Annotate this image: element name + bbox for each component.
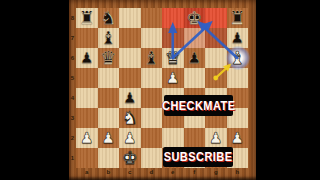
square-e7[interactable]	[162, 28, 184, 48]
square-f6[interactable]: ♟	[184, 48, 206, 68]
square-c2[interactable]: ♟	[119, 128, 141, 148]
square-b3[interactable]	[98, 108, 120, 128]
square-h8[interactable]: ♜	[227, 8, 249, 28]
file-label-c: c	[126, 169, 134, 175]
square-b2[interactable]: ♟	[98, 128, 120, 148]
square-a2[interactable]: ♟	[76, 128, 98, 148]
file-label-f: f	[190, 169, 198, 175]
file-label-b: b	[104, 169, 112, 175]
square-e2[interactable]	[162, 128, 184, 148]
square-b4[interactable]	[98, 88, 120, 108]
square-b5[interactable]	[98, 68, 120, 88]
rank-label-7: 7	[69, 35, 76, 41]
square-h5[interactable]	[227, 68, 249, 88]
square-d6[interactable]: ♝	[141, 48, 163, 68]
square-c8[interactable]	[119, 8, 141, 28]
piece-white-pawn[interactable]: ♟	[162, 68, 184, 88]
square-d5[interactable]	[141, 68, 163, 88]
square-e5[interactable]: ♟	[162, 68, 184, 88]
file-label-a: a	[83, 169, 91, 175]
rank-label-3: 3	[69, 115, 76, 121]
file-label-g: g	[212, 169, 220, 175]
square-a8[interactable]: ♜	[76, 8, 98, 28]
square-d1[interactable]	[141, 148, 163, 168]
piece-black-queen[interactable]: ♛	[98, 48, 120, 68]
piece-black-pawn[interactable]: ♟	[184, 48, 206, 68]
rank-label-8: 8	[69, 15, 76, 21]
square-d7[interactable]	[141, 28, 163, 48]
rank-label-2: 2	[69, 135, 76, 141]
square-e8[interactable]	[162, 8, 184, 28]
rank-label-1: 1	[69, 155, 76, 161]
piece-black-pawn[interactable]: ♟	[119, 88, 141, 108]
piece-black-king[interactable]: ♚	[184, 8, 206, 28]
square-c6[interactable]	[119, 48, 141, 68]
piece-black-bishop[interactable]: ♝	[141, 48, 163, 68]
square-a1[interactable]	[76, 148, 98, 168]
square-a4[interactable]	[76, 88, 98, 108]
square-b6[interactable]: ♛	[98, 48, 120, 68]
square-f5[interactable]	[184, 68, 206, 88]
rank-label-4: 4	[69, 95, 76, 101]
square-a7[interactable]	[76, 28, 98, 48]
piece-black-rook[interactable]: ♜	[76, 8, 98, 28]
checkmate-label: CHECKMATE	[162, 99, 235, 113]
square-h6[interactable]: ♝	[227, 48, 249, 68]
rank-label-6: 6	[69, 55, 76, 61]
square-c1[interactable]: ♚	[119, 148, 141, 168]
piece-white-knight[interactable]: ♞	[119, 108, 141, 128]
frame-shadow	[69, 176, 256, 180]
file-label-h: h	[233, 169, 241, 175]
piece-white-pawn[interactable]: ♟	[205, 128, 227, 148]
piece-black-knight[interactable]: ♞	[98, 8, 120, 28]
subscribe-label: SUBSCRIBE	[164, 150, 233, 164]
square-c5[interactable]	[119, 68, 141, 88]
piece-black-rook[interactable]: ♜	[227, 8, 249, 28]
square-h2[interactable]: ♟	[227, 128, 249, 148]
video-frame: ♜♞♚♜♝♟♟♛♝♛♟♝♟♟♞♟♟♟♟♟♚ 87654321abcdefgh C…	[0, 0, 320, 180]
file-label-d: d	[147, 169, 155, 175]
piece-black-pawn[interactable]: ♟	[76, 48, 98, 68]
piece-white-pawn[interactable]: ♟	[119, 128, 141, 148]
square-f8[interactable]: ♚	[184, 8, 206, 28]
piece-white-pawn[interactable]: ♟	[98, 128, 120, 148]
bishop-highlight-halo	[226, 46, 250, 70]
square-d3[interactable]	[141, 108, 163, 128]
square-f7[interactable]	[184, 28, 206, 48]
square-c7[interactable]	[119, 28, 141, 48]
square-d2[interactable]	[141, 128, 163, 148]
piece-black-bishop[interactable]: ♝	[98, 28, 120, 48]
square-a5[interactable]	[76, 68, 98, 88]
square-g7[interactable]	[205, 28, 227, 48]
square-g2[interactable]: ♟	[205, 128, 227, 148]
square-c3[interactable]: ♞	[119, 108, 141, 128]
square-h7[interactable]: ♟	[227, 28, 249, 48]
piece-white-queen[interactable]: ♛	[162, 48, 184, 68]
square-c4[interactable]: ♟	[119, 88, 141, 108]
square-b7[interactable]: ♝	[98, 28, 120, 48]
square-g8[interactable]	[205, 8, 227, 28]
square-a3[interactable]	[76, 108, 98, 128]
square-d4[interactable]	[141, 88, 163, 108]
piece-white-king[interactable]: ♚	[119, 148, 141, 168]
chess-board: ♜♞♚♜♝♟♟♛♝♛♟♝♟♟♞♟♟♟♟♟♚	[76, 8, 248, 168]
file-label-e: e	[169, 169, 177, 175]
square-b8[interactable]: ♞	[98, 8, 120, 28]
square-g5[interactable]	[205, 68, 227, 88]
square-d8[interactable]	[141, 8, 163, 28]
piece-black-pawn[interactable]: ♟	[227, 28, 249, 48]
square-g6[interactable]	[205, 48, 227, 68]
subscribe-banner[interactable]: SUBSCRIBE	[163, 147, 233, 167]
square-f2[interactable]	[184, 128, 206, 148]
square-a6[interactable]: ♟	[76, 48, 98, 68]
checkmate-banner: CHECKMATE	[164, 95, 233, 116]
square-e6[interactable]: ♛	[162, 48, 184, 68]
rank-label-5: 5	[69, 75, 76, 81]
piece-white-pawn[interactable]: ♟	[227, 128, 249, 148]
square-b1[interactable]	[98, 148, 120, 168]
piece-white-pawn[interactable]: ♟	[76, 128, 98, 148]
